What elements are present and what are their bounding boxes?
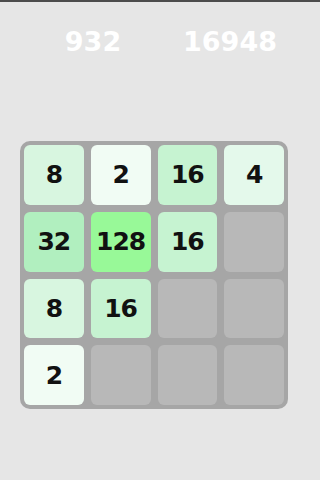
tile-128-r2c2: 128 — [91, 212, 151, 272]
tile-8-r1c1: 8 — [24, 145, 84, 205]
tile-16-r2c3: 16 — [158, 212, 218, 272]
current-score: 932 — [65, 28, 121, 55]
empty-cell-r3c3 — [158, 279, 218, 339]
tile-8-r3c1: 8 — [24, 279, 84, 339]
statusbar-edge — [0, 0, 320, 2]
tile-32-r2c1: 32 — [24, 212, 84, 272]
empty-cell-r4c2 — [91, 345, 151, 405]
tile-4-r1c4: 4 — [224, 145, 284, 205]
empty-cell-r3c4 — [224, 279, 284, 339]
tile-16-r1c3: 16 — [158, 145, 218, 205]
empty-cell-r4c3 — [158, 345, 218, 405]
empty-cell-r4c4 — [224, 345, 284, 405]
board[interactable]: 8216432128168162 — [20, 141, 288, 409]
board-grid: 8216432128168162 — [24, 145, 284, 405]
tile-2-r1c2: 2 — [91, 145, 151, 205]
tile-2-r4c1: 2 — [24, 345, 84, 405]
empty-cell-r2c4 — [224, 212, 284, 272]
best-score: 16948 — [183, 28, 277, 55]
tile-16-r3c2: 16 — [91, 279, 151, 339]
